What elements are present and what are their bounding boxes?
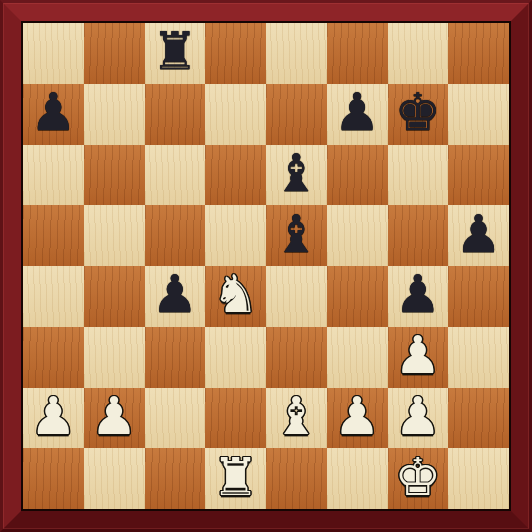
square-a6[interactable] (23, 145, 84, 206)
square-d7[interactable] (205, 84, 266, 145)
square-e7[interactable] (266, 84, 327, 145)
square-c6[interactable] (145, 145, 206, 206)
square-b2[interactable]: ♟ (84, 388, 145, 449)
square-g5[interactable] (388, 205, 449, 266)
white-knight: ♞ (212, 268, 259, 320)
square-e5[interactable]: ♝ (266, 205, 327, 266)
square-e3[interactable] (266, 327, 327, 388)
square-h5[interactable]: ♟ (448, 205, 509, 266)
square-f5[interactable] (327, 205, 388, 266)
black-king: ♚ (395, 86, 442, 138)
white-pawn: ♟ (395, 390, 442, 442)
black-pawn: ♟ (30, 86, 77, 138)
square-h7[interactable] (448, 84, 509, 145)
square-b6[interactable] (84, 145, 145, 206)
square-e4[interactable] (266, 266, 327, 327)
square-g1[interactable]: ♚ (388, 448, 449, 509)
square-d4[interactable]: ♞ (205, 266, 266, 327)
white-king: ♚ (395, 451, 442, 503)
square-g6[interactable] (388, 145, 449, 206)
square-g8[interactable] (388, 23, 449, 84)
square-g7[interactable]: ♚ (388, 84, 449, 145)
square-g2[interactable]: ♟ (388, 388, 449, 449)
square-d3[interactable] (205, 327, 266, 388)
square-b7[interactable] (84, 84, 145, 145)
square-f7[interactable]: ♟ (327, 84, 388, 145)
square-e6[interactable]: ♝ (266, 145, 327, 206)
square-f8[interactable] (327, 23, 388, 84)
black-bishop: ♝ (273, 147, 320, 199)
square-c4[interactable]: ♟ (145, 266, 206, 327)
square-a8[interactable] (23, 23, 84, 84)
square-e2[interactable]: ♝ (266, 388, 327, 449)
black-pawn: ♟ (395, 268, 442, 320)
square-e8[interactable] (266, 23, 327, 84)
black-pawn: ♟ (152, 268, 199, 320)
square-a4[interactable] (23, 266, 84, 327)
square-c8[interactable]: ♜ (145, 23, 206, 84)
square-h3[interactable] (448, 327, 509, 388)
black-pawn: ♟ (455, 208, 502, 260)
square-h1[interactable] (448, 448, 509, 509)
square-a7[interactable]: ♟ (23, 84, 84, 145)
black-bishop: ♝ (273, 208, 320, 260)
square-e1[interactable] (266, 448, 327, 509)
white-rook: ♜ (212, 451, 259, 503)
square-f2[interactable]: ♟ (327, 388, 388, 449)
square-d5[interactable] (205, 205, 266, 266)
square-c5[interactable] (145, 205, 206, 266)
board-frame: ♜♟♟♚♝♝♟♟♞♟♟♟♟♝♟♟♜♚ (0, 0, 532, 532)
square-d1[interactable]: ♜ (205, 448, 266, 509)
white-pawn: ♟ (334, 390, 381, 442)
white-pawn: ♟ (91, 390, 138, 442)
square-c3[interactable] (145, 327, 206, 388)
square-h6[interactable] (448, 145, 509, 206)
square-d8[interactable] (205, 23, 266, 84)
white-bishop: ♝ (273, 390, 320, 442)
square-c7[interactable] (145, 84, 206, 145)
chess-board: ♜♟♟♚♝♝♟♟♞♟♟♟♟♝♟♟♜♚ (21, 21, 511, 511)
white-pawn: ♟ (395, 329, 442, 381)
square-h2[interactable] (448, 388, 509, 449)
square-b1[interactable] (84, 448, 145, 509)
square-f1[interactable] (327, 448, 388, 509)
square-f3[interactable] (327, 327, 388, 388)
black-pawn: ♟ (334, 86, 381, 138)
square-b4[interactable] (84, 266, 145, 327)
square-a3[interactable] (23, 327, 84, 388)
square-c2[interactable] (145, 388, 206, 449)
square-f4[interactable] (327, 266, 388, 327)
square-a5[interactable] (23, 205, 84, 266)
square-g3[interactable]: ♟ (388, 327, 449, 388)
square-b3[interactable] (84, 327, 145, 388)
square-d6[interactable] (205, 145, 266, 206)
square-h8[interactable] (448, 23, 509, 84)
square-g4[interactable]: ♟ (388, 266, 449, 327)
white-pawn: ♟ (30, 390, 77, 442)
square-a1[interactable] (23, 448, 84, 509)
square-c1[interactable] (145, 448, 206, 509)
square-b8[interactable] (84, 23, 145, 84)
black-rook: ♜ (152, 25, 199, 77)
square-b5[interactable] (84, 205, 145, 266)
square-d2[interactable] (205, 388, 266, 449)
square-a2[interactable]: ♟ (23, 388, 84, 449)
square-h4[interactable] (448, 266, 509, 327)
square-f6[interactable] (327, 145, 388, 206)
